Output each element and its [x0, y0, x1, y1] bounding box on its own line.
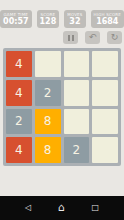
stat-high-score: HIGH SCORE 1684	[91, 10, 124, 28]
tile-2: 2	[35, 80, 61, 106]
stat-score: SCORE 128	[37, 10, 60, 28]
empty-cell	[64, 109, 90, 135]
tile-4: 4	[6, 80, 32, 106]
empty-cell	[92, 137, 118, 163]
stat-label: MOVES	[67, 12, 82, 17]
stat-value: 1684	[94, 17, 121, 27]
empty-cell	[92, 51, 118, 77]
board-grid[interactable]: 44228482	[3, 48, 121, 166]
empty-cell	[64, 51, 90, 77]
pause-icon	[68, 35, 74, 41]
stats-bar: GAME TIME 00:57 SCORE 128 MOVES 32 HIGH …	[0, 10, 124, 28]
restart-icon: ↻	[111, 31, 119, 44]
stat-moves: MOVES 32	[64, 10, 85, 28]
empty-cell	[64, 80, 90, 106]
stat-value: 00:57	[3, 17, 28, 27]
tile-8: 8	[35, 109, 61, 135]
stat-label: SCORE	[40, 12, 57, 17]
tile-4: 4	[6, 51, 32, 77]
control-buttons: ↶ ↻	[63, 31, 122, 44]
back-icon[interactable]: ◁	[25, 196, 31, 220]
tile-8: 8	[35, 137, 61, 163]
empty-cell	[92, 80, 118, 106]
tile-2: 2	[64, 137, 90, 163]
stat-game-time: GAME TIME 00:57	[0, 10, 31, 28]
android-nav-bar: ◁ ⌂ □	[0, 196, 124, 220]
tile-2: 2	[6, 109, 32, 135]
empty-cell	[35, 51, 61, 77]
undo-icon: ↶	[89, 31, 97, 44]
recents-icon[interactable]: □	[91, 196, 99, 220]
home-icon[interactable]: ⌂	[58, 196, 65, 220]
tile-4: 4	[6, 137, 32, 163]
empty-cell	[92, 109, 118, 135]
stat-label: HIGH SCORE	[94, 12, 121, 17]
undo-button[interactable]: ↶	[85, 31, 100, 44]
pause-button[interactable]	[63, 31, 78, 44]
stat-value: 32	[67, 17, 82, 27]
stat-value: 128	[40, 17, 57, 27]
stat-label: GAME TIME	[3, 12, 28, 17]
restart-button[interactable]: ↻	[107, 31, 122, 44]
